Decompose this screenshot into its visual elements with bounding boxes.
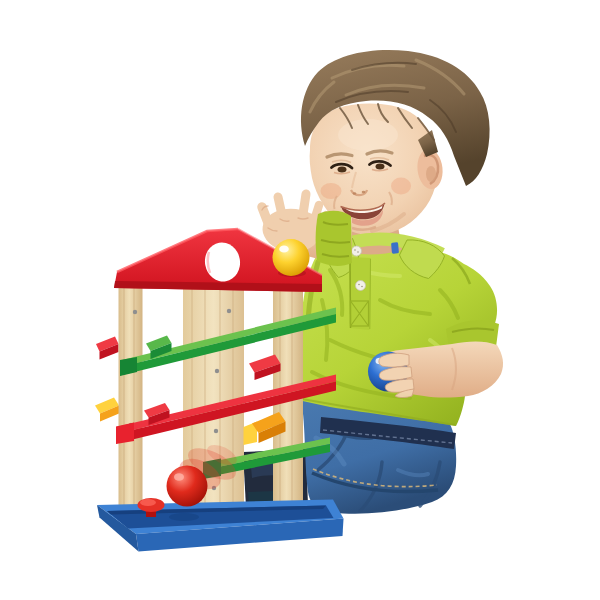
shirt-button-lower [356,281,366,291]
blue-base-tray [97,500,344,552]
red-wedge-stop-left [96,337,119,360]
middle-finger [302,194,306,221]
collar-blue-tab [391,242,399,254]
right-cheek-blush [321,183,342,199]
ball-track-toy [95,229,344,552]
shirt-button-top [352,246,362,256]
left-cheek-blush [391,178,411,195]
orange-wedge-stop-left [95,398,119,422]
product-photo-canvas: wooden zig-zag ball track tower [0,0,600,600]
button-placket [349,257,371,330]
photo-stage: wooden zig-zag ball track tower [0,0,600,600]
head [301,50,490,235]
left-post [119,284,143,516]
right-sleeve-cuff [316,211,352,266]
